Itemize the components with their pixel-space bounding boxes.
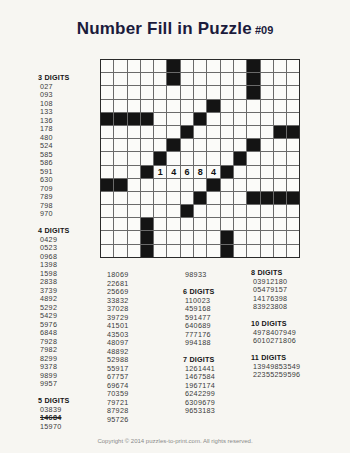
grid-cell[interactable] (194, 126, 206, 138)
grid-cell[interactable] (128, 73, 140, 85)
grid-cell[interactable] (114, 86, 126, 98)
grid-cell[interactable] (181, 179, 193, 191)
grid-cell[interactable] (128, 166, 140, 178)
grid-cell-black (128, 113, 140, 125)
grid-cell-black (207, 179, 219, 191)
grid-cell[interactable] (221, 152, 233, 164)
grid-cell[interactable] (234, 113, 246, 125)
grid-cell[interactable] (207, 139, 219, 151)
grid-cell[interactable] (194, 231, 206, 243)
grid-cell[interactable] (167, 231, 179, 243)
grid-cell[interactable] (274, 245, 286, 257)
grid-cell[interactable] (154, 60, 166, 72)
number-item: 22355259596 (251, 371, 300, 380)
grid-cell[interactable] (194, 73, 206, 85)
grid-cell[interactable] (261, 60, 273, 72)
grid-cell[interactable] (261, 231, 273, 243)
grid-cell[interactable] (274, 60, 286, 72)
grid-cell-black (261, 192, 273, 204)
grid-cell[interactable] (167, 245, 179, 257)
grid-cell[interactable] (221, 86, 233, 98)
grid-cell[interactable] (207, 192, 219, 204)
grid-cell[interactable] (181, 60, 193, 72)
number-item: 98933 (183, 271, 215, 280)
grid-cell[interactable] (207, 126, 219, 138)
number-item: 95726 (105, 416, 129, 425)
grid-cell[interactable] (154, 86, 166, 98)
grid-cell[interactable] (221, 179, 233, 191)
grid-cell[interactable] (194, 179, 206, 191)
grid-cell-black (247, 192, 259, 204)
grid-cell[interactable] (141, 73, 153, 85)
grid-cell[interactable] (101, 218, 113, 230)
grid-cell[interactable] (247, 166, 259, 178)
grid-cell[interactable] (274, 139, 286, 151)
grid-cell[interactable] (261, 152, 273, 164)
grid-cell[interactable] (154, 139, 166, 151)
grid-cell[interactable] (261, 166, 273, 178)
grid-cell[interactable] (181, 73, 193, 85)
grid-cell[interactable] (114, 152, 126, 164)
list-section: 98933 (183, 271, 215, 280)
grid-cell[interactable] (234, 205, 246, 217)
grid-cell[interactable] (128, 126, 140, 138)
grid-cell[interactable] (207, 218, 219, 230)
grid-cell[interactable] (181, 152, 193, 164)
list-section: 7 DIGITS12614411467584196717462422996309… (183, 356, 215, 416)
grid-cell-black (167, 60, 179, 72)
grid-cell-black (207, 100, 219, 112)
grid-cell[interactable] (261, 179, 273, 191)
grid-cell[interactable] (234, 245, 246, 257)
grid-cell[interactable] (114, 231, 126, 243)
grid-cell[interactable] (194, 100, 206, 112)
grid-cell[interactable] (234, 166, 246, 178)
grid-cell-black (141, 166, 153, 178)
grid-cell[interactable] (287, 245, 299, 257)
grid-cell-black (234, 152, 246, 164)
grid-cell[interactable] (128, 218, 140, 230)
grid-cell[interactable] (167, 113, 179, 125)
grid-cell[interactable] (101, 166, 113, 178)
grid-cell[interactable] (234, 179, 246, 191)
grid-cell[interactable] (274, 231, 286, 243)
grid-cell-black (167, 73, 179, 85)
grid-cell[interactable] (167, 218, 179, 230)
grid-cell[interactable] (141, 86, 153, 98)
grid-cell-black (274, 192, 286, 204)
grid-cell[interactable] (194, 218, 206, 230)
grid-cell[interactable] (181, 245, 193, 257)
grid-cell[interactable] (287, 152, 299, 164)
grid-cell[interactable] (287, 218, 299, 230)
grid-cell[interactable] (247, 152, 259, 164)
grid-cell[interactable] (287, 166, 299, 178)
grid-cell[interactable] (114, 218, 126, 230)
grid-cell[interactable] (234, 218, 246, 230)
grid-cell-black (141, 245, 153, 257)
grid-cell[interactable] (274, 166, 286, 178)
grid-cell[interactable] (128, 152, 140, 164)
grid-cell[interactable] (167, 179, 179, 191)
grid-cell[interactable] (234, 60, 246, 72)
grid-cell[interactable] (114, 166, 126, 178)
grid-cell[interactable] (207, 231, 219, 243)
grid-cell[interactable] (101, 86, 113, 98)
grid-cell-black (141, 231, 153, 243)
grid-cell[interactable] (167, 152, 179, 164)
grid-cell[interactable] (194, 245, 206, 257)
grid-cell[interactable] (167, 126, 179, 138)
grid-cell[interactable] (181, 86, 193, 98)
grid-cell[interactable] (141, 139, 153, 151)
grid-cell[interactable] (101, 60, 113, 72)
grid-cell[interactable] (207, 113, 219, 125)
grid-cell[interactable] (261, 218, 273, 230)
grid-cell[interactable] (114, 139, 126, 151)
grid-cell[interactable] (101, 245, 113, 257)
grid-cell[interactable] (287, 205, 299, 217)
list-section: 10 DIGITS49784079496010271806 (251, 320, 300, 346)
grid-cell[interactable] (247, 231, 259, 243)
grid-cell[interactable] (247, 245, 259, 257)
page-title: Number Fill in Puzzle#09 (0, 19, 350, 39)
grid-cell[interactable] (114, 205, 126, 217)
grid-cell[interactable] (234, 192, 246, 204)
grid-cell-black (221, 166, 233, 178)
grid-cell[interactable] (274, 152, 286, 164)
grid-cell[interactable] (207, 205, 219, 217)
grid-cell-black (287, 192, 299, 204)
grid-cell[interactable] (194, 205, 206, 217)
grid-cell[interactable] (287, 179, 299, 191)
grid-cell[interactable] (128, 86, 140, 98)
grid-cell[interactable] (207, 60, 219, 72)
grid-cell[interactable] (128, 245, 140, 257)
title-main: Number Fill in Puzzle (77, 19, 252, 38)
grid-cell[interactable] (101, 73, 113, 85)
title-number: #09 (255, 24, 273, 36)
grid-cell[interactable] (154, 126, 166, 138)
grid-cell[interactable] (247, 179, 259, 191)
grid-cell[interactable] (234, 126, 246, 138)
grid-cell-black (101, 113, 113, 125)
grid-cell[interactable] (287, 139, 299, 151)
grid-cell[interactable] (207, 245, 219, 257)
grid-cell[interactable] (247, 113, 259, 125)
grid-cell[interactable] (247, 100, 259, 112)
grid-cell[interactable] (128, 179, 140, 191)
grid-cell-black (221, 231, 233, 243)
grid-cell[interactable] (194, 86, 206, 98)
grid-cell[interactable] (101, 192, 113, 204)
grid-cell-black (247, 139, 259, 151)
grid-cell[interactable] (287, 73, 299, 85)
grid-cell[interactable] (221, 60, 233, 72)
grid-cell[interactable] (141, 179, 153, 191)
grid-cell[interactable] (141, 60, 153, 72)
grid-cell[interactable] (114, 73, 126, 85)
grid-cell[interactable] (261, 126, 273, 138)
grid-cell-black (114, 179, 126, 191)
grid-cell[interactable] (128, 192, 140, 204)
grid-cell[interactable] (194, 139, 206, 151)
grid-cell[interactable] (128, 60, 140, 72)
grid-cell-black (141, 218, 153, 230)
number-item: 6010271806 (251, 337, 300, 346)
list-section: 8 DIGITS03912180054791571417639883923808 (251, 269, 300, 312)
number-item: 15970 (38, 423, 70, 432)
grid-cell[interactable] (234, 139, 246, 151)
grid-cell-black (194, 113, 206, 125)
grid-cell[interactable] (247, 205, 259, 217)
grid-cell-black (141, 113, 153, 125)
grid-cell[interactable] (234, 100, 246, 112)
grid-cell[interactable] (274, 179, 286, 191)
grid-cell[interactable] (207, 86, 219, 98)
grid-cell-black (181, 205, 193, 217)
grid-cell[interactable] (221, 205, 233, 217)
grid-cell[interactable] (167, 205, 179, 217)
grid-cell[interactable] (194, 60, 206, 72)
list-section: 11 DIGITS1394985354922355259596 (251, 354, 300, 380)
number-item: 9653183 (183, 407, 215, 416)
grid-cell-black (247, 86, 259, 98)
grid-cell[interactable] (181, 139, 193, 151)
grid-cell[interactable] (234, 231, 246, 243)
grid-cell[interactable] (154, 205, 166, 217)
grid-cell[interactable] (128, 100, 140, 112)
grid-cell[interactable] (101, 100, 113, 112)
grid-cell[interactable] (221, 139, 233, 151)
list-section: 1806922681256693383237028397294150143503… (105, 271, 129, 424)
grid-cell-black (114, 113, 126, 125)
grid-cell[interactable] (141, 100, 153, 112)
grid-cell[interactable] (141, 205, 153, 217)
grid-cell[interactable] (167, 86, 179, 98)
grid-cell-given[interactable]: 8 (194, 166, 206, 178)
grid-cell[interactable] (221, 218, 233, 230)
grid-cell[interactable] (154, 192, 166, 204)
grid-cell-black (221, 245, 233, 257)
grid-cell[interactable] (274, 205, 286, 217)
grid-cell[interactable] (101, 126, 113, 138)
grid-cell[interactable] (247, 126, 259, 138)
number-item: 994188 (183, 339, 215, 348)
grid-cell[interactable] (114, 100, 126, 112)
grid-cell[interactable] (101, 231, 113, 243)
grid-cell[interactable] (221, 73, 233, 85)
number-list-column-2: 1806922681256693383237028397294150143503… (105, 271, 129, 424)
grid-cell[interactable] (247, 218, 259, 230)
grid-cell[interactable] (154, 231, 166, 243)
grid-cell[interactable] (141, 152, 153, 164)
list-section: 3 DIGITS02709310813313617848052458558659… (38, 74, 70, 219)
grid-cell[interactable] (261, 205, 273, 217)
grid-cell[interactable] (274, 86, 286, 98)
copyright-text: Copyright © 2014 puzzles-to-print.com. A… (0, 438, 350, 444)
grid-cell[interactable] (101, 139, 113, 151)
grid-cell-given[interactable]: 6 (181, 166, 193, 178)
grid-cell[interactable] (181, 218, 193, 230)
grid-cell[interactable] (128, 205, 140, 217)
grid-cell[interactable] (194, 152, 206, 164)
grid-cell[interactable] (181, 231, 193, 243)
grid-cell[interactable] (114, 192, 126, 204)
grid-cell[interactable] (114, 60, 126, 72)
grid-cell-black (274, 126, 286, 138)
grid-cell[interactable] (114, 245, 126, 257)
grid-cell[interactable] (287, 60, 299, 72)
grid-cell[interactable] (261, 86, 273, 98)
grid-cell[interactable] (154, 245, 166, 257)
grid-cell[interactable] (154, 100, 166, 112)
grid-cell[interactable] (154, 113, 166, 125)
grid-cell[interactable] (261, 100, 273, 112)
grid-cell[interactable] (261, 139, 273, 151)
grid-cell[interactable] (141, 192, 153, 204)
number-item: 9957 (38, 380, 70, 389)
grid-cell[interactable] (287, 100, 299, 112)
grid-cell[interactable] (114, 126, 126, 138)
fill-in-grid: 14684 (100, 59, 300, 258)
number-list-column-3: 989336 DIGITS110023459168591477640689777… (183, 271, 215, 416)
grid-cell-black (181, 126, 193, 138)
number-item: 83923808 (251, 303, 300, 312)
grid-cell[interactable] (221, 100, 233, 112)
grid-cell[interactable] (167, 192, 179, 204)
grid-cell[interactable] (154, 218, 166, 230)
grid-cell[interactable] (181, 100, 193, 112)
grid-cell[interactable] (261, 113, 273, 125)
grid-cell[interactable] (154, 179, 166, 191)
grid-cell[interactable] (167, 100, 179, 112)
grid-cell[interactable] (274, 113, 286, 125)
grid-cell[interactable] (287, 113, 299, 125)
grid-cell[interactable] (261, 245, 273, 257)
grid-cell-black (194, 192, 206, 204)
list-section: 4 DIGITS04290523096813981598283837394892… (38, 227, 70, 389)
grid-cell[interactable] (261, 73, 273, 85)
number-item: 970 (38, 210, 70, 219)
grid-cell[interactable] (221, 192, 233, 204)
grid-cell[interactable] (274, 100, 286, 112)
grid-cell[interactable] (128, 231, 140, 243)
grid-cell[interactable] (221, 126, 233, 138)
grid-cell[interactable] (141, 126, 153, 138)
grid-cell-black (247, 60, 259, 72)
grid-cell[interactable] (101, 152, 113, 164)
grid-cell-black (154, 152, 166, 164)
grid-cell[interactable] (207, 152, 219, 164)
grid-cell-given[interactable]: 4 (207, 166, 219, 178)
grid-cell[interactable] (234, 73, 246, 85)
grid-cell[interactable] (274, 73, 286, 85)
grid-cell[interactable] (274, 218, 286, 230)
number-list-column-1: 3 DIGITS02709310813313617848052458558659… (38, 74, 70, 431)
number-list-column-4: 8 DIGITS03912180054791571417639883923808… (251, 269, 300, 380)
grid-cell[interactable] (287, 231, 299, 243)
grid-cell-black (247, 73, 259, 85)
grid-cell-black (101, 179, 113, 191)
grid-cell-black (287, 126, 299, 138)
grid-cell[interactable] (128, 139, 140, 151)
grid-cell[interactable] (181, 192, 193, 204)
grid-cell[interactable] (287, 86, 299, 98)
grid-cell[interactable] (207, 73, 219, 85)
grid-cell[interactable] (101, 205, 113, 217)
grid-cell[interactable] (181, 113, 193, 125)
grid-cell[interactable] (221, 113, 233, 125)
grid-cell-given[interactable]: 4 (167, 166, 179, 178)
list-section: 5 DIGITS038391468415970 (38, 397, 70, 431)
grid-cell-given[interactable]: 1 (154, 166, 166, 178)
grid-cell[interactable] (234, 86, 246, 98)
list-section: 6 DIGITS11002345916859147764068977717699… (183, 288, 215, 348)
grid-cell[interactable] (154, 73, 166, 85)
grid-cell-black (167, 139, 179, 151)
